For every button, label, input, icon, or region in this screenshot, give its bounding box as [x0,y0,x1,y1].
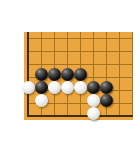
white-stone [48,81,61,94]
white-stone [61,81,74,94]
black-stone [35,68,48,81]
page-background [0,0,140,150]
stones-layer [22,32,139,123]
white-stone [87,107,100,120]
white-stone [22,81,35,94]
white-stone [74,81,87,94]
black-stone [100,94,113,107]
black-stone [74,68,87,81]
white-stone [87,94,100,107]
go-board[interactable] [24,32,133,120]
white-stone [35,94,48,107]
black-stone [35,81,48,94]
black-stone [100,81,113,94]
black-stone [87,81,100,94]
black-stone [61,68,74,81]
black-stone [48,68,61,81]
